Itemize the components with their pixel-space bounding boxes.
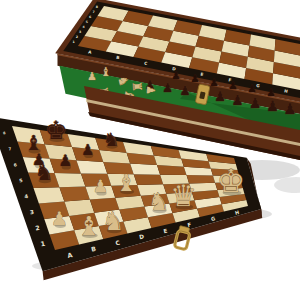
lid-rank-label: 2 (76, 35, 78, 39)
stored-dark-piece: ♟ (249, 95, 262, 111)
piece-black-pawn-b6[interactable]: ♟ (58, 151, 72, 170)
black-pawn[interactable]: ♟ (81, 141, 94, 159)
white-pawn[interactable]: ♟ (51, 208, 68, 229)
box-shadow (274, 177, 300, 193)
stored-dark-piece: ♟ (214, 89, 226, 104)
white-king[interactable]: ♚ (217, 163, 245, 199)
piece-white-queen-f2[interactable]: ♛ (170, 179, 197, 213)
square-e5[interactable] (134, 174, 164, 185)
stored-dark-piece: ♟ (266, 98, 279, 114)
white-queen[interactable]: ♛ (170, 179, 197, 213)
white-knight[interactable]: ♞ (102, 207, 124, 236)
piece-white-pawn-c4[interactable]: ♟ (93, 176, 108, 196)
piece-white-king-h3[interactable]: ♚ (217, 163, 245, 199)
square-b5[interactable] (55, 173, 86, 187)
stored-dark-piece: ♟ (228, 79, 237, 91)
piece-black-pawn-c7[interactable]: ♟ (81, 141, 94, 159)
piece-white-bishop-d4[interactable]: ♝ (116, 169, 137, 196)
stored-light-piece: ♝ (101, 65, 112, 79)
piece-black-knight-d8[interactable]: ♞ (103, 129, 120, 150)
piece-white-knight-e2[interactable]: ♞ (148, 188, 170, 216)
stored-dark-piece: ♟ (231, 92, 243, 108)
stored-light-piece: ♟ (87, 70, 97, 83)
black-knight[interactable]: ♞ (34, 160, 53, 185)
lid-rank-label: 5 (86, 20, 88, 24)
stored-light-piece: ♟ (144, 85, 158, 96)
square-c6[interactable] (76, 160, 107, 174)
piece-black-king-b8[interactable]: ♚ (45, 116, 68, 145)
piece-white-pawn-a2[interactable]: ♟ (51, 208, 68, 229)
piece-black-knight-a5[interactable]: ♞ (34, 160, 53, 185)
lid-rank-label: 3 (79, 30, 81, 34)
white-bishop[interactable]: ♝ (77, 211, 100, 241)
black-pawn[interactable]: ♟ (58, 151, 72, 170)
stored-dark-piece: ♟ (171, 69, 180, 81)
piece-white-knight-c1[interactable]: ♞ (102, 207, 124, 236)
stored-dark-piece: ♟ (209, 76, 218, 88)
square-a4[interactable] (34, 187, 65, 203)
square-b4[interactable] (59, 187, 89, 202)
chess-set-product-photo: Folding wooden travel chess set: open bo… (0, 0, 300, 300)
piece-white-bishop-b1[interactable]: ♝ (77, 211, 100, 241)
black-knight[interactable]: ♞ (103, 129, 120, 150)
stored-dark-piece: ♟ (266, 86, 275, 98)
stored-dark-piece: ♟ (247, 82, 256, 94)
stored-dark-piece: ♟ (190, 72, 199, 84)
stored-dark-piece: ♟ (283, 100, 296, 117)
stored-dark-piece: ♟ (179, 83, 190, 98)
chess-set-scene: ABCDEFGH12345678♟♟♟♟♟♟♟♟♟♟♟♟♟♟♟♟♝♞♜♟♝♜AB… (0, 0, 300, 300)
black-king[interactable]: ♚ (45, 116, 68, 145)
white-pawn[interactable]: ♟ (93, 176, 108, 196)
stored-dark-piece: ♟ (162, 81, 173, 95)
lid-rank-label: 1 (72, 40, 74, 44)
lid-rank-label: 7 (92, 10, 94, 14)
white-bishop[interactable]: ♝ (116, 169, 137, 196)
white-knight[interactable]: ♞ (148, 188, 170, 216)
